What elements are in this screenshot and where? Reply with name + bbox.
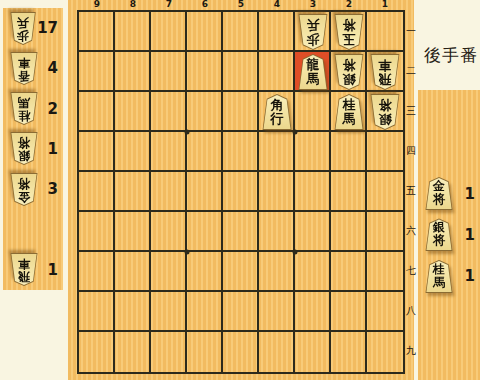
occupied-43: 角行 xyxy=(259,92,295,132)
piece-kanji: 銀将 xyxy=(333,54,365,90)
file-label-8: 8 xyxy=(115,0,151,10)
piece-kanji: 桂馬 xyxy=(9,92,39,125)
square-37[interactable] xyxy=(295,252,331,292)
square-17[interactable] xyxy=(367,252,403,292)
square-15[interactable] xyxy=(367,172,403,212)
file-label-1: 1 xyxy=(367,0,403,10)
square-77[interactable] xyxy=(151,252,187,292)
shogi-piece-金将[interactable]: 金将 xyxy=(9,173,39,206)
hand-count: 1 xyxy=(39,261,63,279)
square-96[interactable] xyxy=(79,212,115,252)
square-62[interactable] xyxy=(187,52,223,92)
rank-label-2: 二 xyxy=(404,64,418,78)
square-46[interactable] xyxy=(259,212,295,252)
hand-count: 2 xyxy=(39,100,63,118)
square-49[interactable] xyxy=(259,332,295,372)
square-87[interactable] xyxy=(115,252,151,292)
square-41[interactable] xyxy=(259,12,295,52)
square-88[interactable] xyxy=(115,292,151,332)
piece-kanji: 桂馬 xyxy=(424,260,454,293)
occupied-12: 飛車 xyxy=(367,52,403,92)
piece-kanji: 金将 xyxy=(424,177,454,210)
hand-count: 17 xyxy=(37,19,63,37)
square-47[interactable] xyxy=(259,252,295,292)
square-27[interactable] xyxy=(331,252,367,292)
star-point xyxy=(185,130,190,135)
square-16[interactable] xyxy=(367,212,403,252)
square-64[interactable] xyxy=(187,132,223,172)
square-78[interactable] xyxy=(151,292,187,332)
square-18[interactable] xyxy=(367,292,403,332)
square-91[interactable] xyxy=(79,12,115,52)
shogi-piece-歩兵[interactable]: 歩兵 xyxy=(9,12,37,45)
square-92[interactable] xyxy=(79,52,115,92)
square-99[interactable] xyxy=(79,332,115,372)
file-label-3: 3 xyxy=(295,0,331,10)
square-66[interactable] xyxy=(187,212,223,252)
rank-label-6: 六 xyxy=(404,224,418,238)
square-53[interactable] xyxy=(223,92,259,132)
piece-kanji: 銀将 xyxy=(9,132,39,165)
piece-kanji: 金将 xyxy=(9,173,39,206)
square-38[interactable] xyxy=(295,292,331,332)
square-48[interactable] xyxy=(259,292,295,332)
occupied-32: 龍馬 xyxy=(295,52,331,92)
hand-slot-飛車: 飛車1 xyxy=(3,250,63,290)
square-71[interactable] xyxy=(151,12,187,52)
square-39[interactable] xyxy=(295,332,331,372)
square-55[interactable] xyxy=(223,172,259,212)
shogi-piece-桂馬[interactable]: 桂馬 xyxy=(424,260,454,293)
hand-slot-empty xyxy=(418,131,480,172)
square-28[interactable] xyxy=(331,292,367,332)
shogi-piece-歩兵[interactable]: 歩兵 xyxy=(297,14,329,50)
square-33[interactable] xyxy=(295,92,331,132)
hand-slot-empty xyxy=(418,339,480,380)
square-72[interactable] xyxy=(151,52,187,92)
hand-slot-銀将: 銀将1 xyxy=(418,214,480,255)
square-52[interactable] xyxy=(223,52,259,92)
board-panel: 987654321 歩兵玉将龍馬銀将飛車角行桂馬銀将 一二三四五六七八九 xyxy=(68,0,414,380)
hand-slot-歩兵: 歩兵17 xyxy=(3,8,63,48)
hand-slot-桂馬: 桂馬1 xyxy=(418,256,480,297)
square-24[interactable] xyxy=(331,132,367,172)
shogi-piece-玉将[interactable]: 玉将 xyxy=(333,14,365,50)
square-95[interactable] xyxy=(79,172,115,212)
square-89[interactable] xyxy=(115,332,151,372)
gote-hand-tray: 歩兵17香車4桂馬2銀将1金将3飛車1 xyxy=(3,8,63,290)
hand-count: 4 xyxy=(39,59,63,77)
square-93[interactable] xyxy=(79,92,115,132)
piece-kanji: 歩兵 xyxy=(9,12,37,45)
square-54[interactable] xyxy=(223,132,259,172)
square-26[interactable] xyxy=(331,212,367,252)
shogi-piece-金将[interactable]: 金将 xyxy=(424,177,454,210)
hand-count: 1 xyxy=(454,185,480,203)
square-56[interactable] xyxy=(223,212,259,252)
occupied-23: 桂馬 xyxy=(331,92,367,132)
occupied-13: 銀将 xyxy=(367,92,403,132)
occupied-22: 銀将 xyxy=(331,52,367,92)
square-65[interactable] xyxy=(187,172,223,212)
hand-count: 3 xyxy=(39,180,63,198)
occupied-21: 玉将 xyxy=(331,12,367,52)
hand-slot-金将: 金将1 xyxy=(418,173,480,214)
file-label-2: 2 xyxy=(331,0,367,10)
piece-kanji: 飛車 xyxy=(9,253,39,286)
square-94[interactable] xyxy=(79,132,115,172)
board-grid: 歩兵玉将龍馬銀将飛車角行桂馬銀将 xyxy=(77,10,405,374)
square-82[interactable] xyxy=(115,52,151,92)
shogi-piece-龍馬[interactable]: 龍馬 xyxy=(297,54,329,90)
piece-kanji: 龍馬 xyxy=(297,54,329,90)
piece-kanji: 銀将 xyxy=(369,94,401,130)
square-63[interactable] xyxy=(187,92,223,132)
shogi-piece-銀将[interactable]: 銀将 xyxy=(369,94,401,130)
file-label-9: 9 xyxy=(79,0,115,10)
shogi-piece-桂馬[interactable]: 桂馬 xyxy=(9,92,39,125)
square-73[interactable] xyxy=(151,92,187,132)
hand-slot-empty xyxy=(418,297,480,338)
square-98[interactable] xyxy=(79,292,115,332)
square-74[interactable] xyxy=(151,132,187,172)
square-45[interactable] xyxy=(259,172,295,212)
sente-hand-tray: 金将1銀将1桂馬1 xyxy=(418,90,480,380)
file-label-4: 4 xyxy=(259,0,295,10)
shogi-piece-銀将[interactable]: 銀将 xyxy=(333,54,365,90)
hand-count: 1 xyxy=(454,226,480,244)
square-36[interactable] xyxy=(295,212,331,252)
file-label-7: 7 xyxy=(151,0,187,10)
square-25[interactable] xyxy=(331,172,367,212)
square-75[interactable] xyxy=(151,172,187,212)
piece-kanji: 桂馬 xyxy=(333,94,365,130)
piece-kanji: 歩兵 xyxy=(297,14,329,50)
hand-slot-金将: 金将3 xyxy=(3,169,63,209)
square-51[interactable] xyxy=(223,12,259,52)
rank-label-8: 八 xyxy=(404,304,418,318)
square-68[interactable] xyxy=(187,292,223,332)
shogi-piece-銀将[interactable]: 銀将 xyxy=(424,218,454,251)
file-label-5: 5 xyxy=(223,0,259,10)
square-97[interactable] xyxy=(79,252,115,292)
square-81[interactable] xyxy=(115,12,151,52)
shogi-piece-香車[interactable]: 香車 xyxy=(9,52,39,85)
square-85[interactable] xyxy=(115,172,151,212)
square-58[interactable] xyxy=(223,292,259,332)
turn-indicator: 後手番 xyxy=(424,44,478,67)
hand-slot-銀将: 銀将1 xyxy=(3,129,63,169)
hand-slot-empty xyxy=(418,90,480,131)
shogi-piece-角行[interactable]: 角行 xyxy=(261,94,293,130)
hand-count: 1 xyxy=(454,267,480,285)
shogi-piece-銀将[interactable]: 銀将 xyxy=(9,132,39,165)
shogi-piece-桂馬[interactable]: 桂馬 xyxy=(333,94,365,130)
square-19[interactable] xyxy=(367,332,403,372)
square-14[interactable] xyxy=(367,132,403,172)
rank-label-4: 四 xyxy=(404,144,418,158)
rank-label-7: 七 xyxy=(404,264,418,278)
file-label-6: 6 xyxy=(187,0,223,10)
hand-slot-桂馬: 桂馬2 xyxy=(3,89,63,129)
square-61[interactable] xyxy=(187,12,223,52)
piece-kanji: 飛車 xyxy=(369,54,401,90)
shogi-piece-飛車[interactable]: 飛車 xyxy=(9,253,39,286)
rank-label-1: 一 xyxy=(404,24,418,38)
rank-label-5: 五 xyxy=(404,184,418,198)
square-44[interactable] xyxy=(259,132,295,172)
square-69[interactable] xyxy=(187,332,223,372)
shogi-piece-飛車[interactable]: 飛車 xyxy=(369,54,401,90)
square-59[interactable] xyxy=(223,332,259,372)
hand-slot-香車: 香車4 xyxy=(3,48,63,88)
piece-kanji: 銀将 xyxy=(424,218,454,251)
hand-count: 1 xyxy=(39,140,63,158)
occupied-31: 歩兵 xyxy=(295,12,331,52)
rank-label-3: 三 xyxy=(404,104,418,118)
square-57[interactable] xyxy=(223,252,259,292)
star-point xyxy=(185,250,190,255)
piece-kanji: 角行 xyxy=(261,94,293,130)
square-67[interactable] xyxy=(187,252,223,292)
square-29[interactable] xyxy=(331,332,367,372)
piece-kanji: 香車 xyxy=(9,52,39,85)
star-point xyxy=(293,250,298,255)
hand-slot-empty xyxy=(3,209,63,249)
square-35[interactable] xyxy=(295,172,331,212)
square-79[interactable] xyxy=(151,332,187,372)
square-84[interactable] xyxy=(115,132,151,172)
square-83[interactable] xyxy=(115,92,151,132)
rank-label-9: 九 xyxy=(404,344,418,358)
piece-kanji: 玉将 xyxy=(333,14,365,50)
square-86[interactable] xyxy=(115,212,151,252)
square-76[interactable] xyxy=(151,212,187,252)
square-42[interactable] xyxy=(259,52,295,92)
square-11[interactable] xyxy=(367,12,403,52)
square-34[interactable] xyxy=(295,132,331,172)
